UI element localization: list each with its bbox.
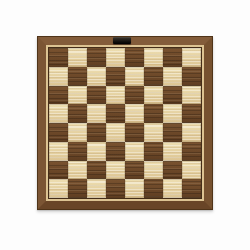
board-square (87, 104, 106, 123)
board-square (163, 142, 182, 161)
board-square (144, 179, 163, 198)
board-square (163, 86, 182, 105)
board-square (182, 104, 201, 123)
playing-field (48, 47, 202, 199)
board-square (106, 142, 125, 161)
board-square (49, 123, 68, 142)
board-square (144, 123, 163, 142)
board-square (68, 48, 87, 67)
inlay-fillet (46, 45, 204, 201)
board-square (49, 86, 68, 105)
board-square (87, 86, 106, 105)
board-square (68, 142, 87, 161)
board-square (163, 104, 182, 123)
board-square (125, 48, 144, 67)
board-square (49, 142, 68, 161)
board-square (68, 104, 87, 123)
board-square (125, 161, 144, 180)
board-square (182, 86, 201, 105)
board-square (68, 179, 87, 198)
board-square (182, 161, 201, 180)
brand-plaque-icon (113, 37, 131, 44)
board-square (144, 142, 163, 161)
board-square (163, 123, 182, 142)
board-square (125, 142, 144, 161)
board-square (144, 161, 163, 180)
board-square (106, 104, 125, 123)
board-square (87, 48, 106, 67)
board-square (144, 67, 163, 86)
board-square (106, 86, 125, 105)
board-square (163, 48, 182, 67)
board-square (87, 179, 106, 198)
board-square (163, 179, 182, 198)
board-square (87, 142, 106, 161)
board-square (182, 123, 201, 142)
board-square (125, 179, 144, 198)
board-square (125, 123, 144, 142)
board-square (144, 86, 163, 105)
board-square (106, 48, 125, 67)
board-square (106, 161, 125, 180)
product-photo (0, 0, 250, 250)
board-frame (38, 37, 212, 209)
board-square (125, 86, 144, 105)
chess-board (37, 36, 213, 210)
board-square (125, 104, 144, 123)
board-square (68, 67, 87, 86)
board-square (87, 123, 106, 142)
board-square (68, 161, 87, 180)
board-square (49, 161, 68, 180)
board-square (68, 86, 87, 105)
board-square (106, 123, 125, 142)
board-square (49, 104, 68, 123)
board-square (87, 161, 106, 180)
board-square (144, 104, 163, 123)
board-square (182, 179, 201, 198)
board-square (49, 48, 68, 67)
board-square (182, 67, 201, 86)
board-square (144, 48, 163, 67)
board-square (163, 161, 182, 180)
board-square (163, 67, 182, 86)
board-square (125, 67, 144, 86)
board-square (68, 123, 87, 142)
board-square (106, 67, 125, 86)
board-square (87, 67, 106, 86)
board-square (49, 67, 68, 86)
board-square (106, 179, 125, 198)
board-square (49, 179, 68, 198)
board-square (182, 142, 201, 161)
board-square (182, 48, 201, 67)
